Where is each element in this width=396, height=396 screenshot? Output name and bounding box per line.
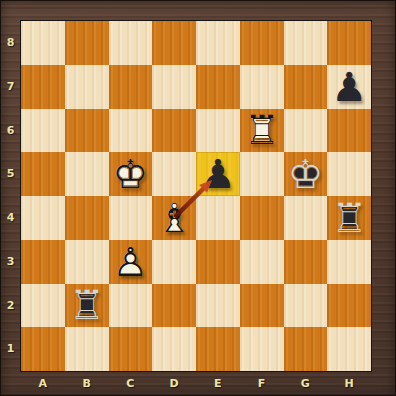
- square-e1[interactable]: [196, 327, 240, 371]
- piece-fill-glyph: ♜: [240, 109, 284, 153]
- file-label-c: C: [109, 371, 153, 396]
- square-d7[interactable]: [152, 65, 196, 109]
- chess-board-frame: 87654321 ABCDEFGH ♟♜♖♚♔♟♚♔♝♗♜♖♟♙♜♖: [0, 0, 396, 396]
- square-c2[interactable]: [109, 284, 153, 328]
- square-b2[interactable]: ♜♖: [65, 284, 109, 328]
- piece-fill-glyph: ♜: [327, 196, 371, 240]
- square-d3[interactable]: [152, 240, 196, 284]
- piece-fill-glyph: ♜: [65, 284, 109, 328]
- square-e2[interactable]: [196, 284, 240, 328]
- square-d5[interactable]: [152, 152, 196, 196]
- square-g8[interactable]: [284, 21, 328, 65]
- piece-fill-glyph: ♝: [152, 196, 196, 240]
- file-label-h: H: [327, 371, 371, 396]
- square-a8[interactable]: [21, 21, 65, 65]
- square-g6[interactable]: [284, 109, 328, 153]
- piece-outline-glyph: ♔: [284, 152, 328, 196]
- square-g4[interactable]: [284, 196, 328, 240]
- square-f8[interactable]: [240, 21, 284, 65]
- rank-label-8: 8: [0, 21, 21, 65]
- square-b1[interactable]: [65, 327, 109, 371]
- square-f6[interactable]: ♜♖: [240, 109, 284, 153]
- square-b7[interactable]: [65, 65, 109, 109]
- square-g3[interactable]: [284, 240, 328, 284]
- white-bishop-piece[interactable]: ♝♗: [152, 196, 196, 240]
- rank-label-6: 6: [0, 109, 21, 153]
- square-f7[interactable]: [240, 65, 284, 109]
- square-c7[interactable]: [109, 65, 153, 109]
- square-a4[interactable]: [21, 196, 65, 240]
- square-b3[interactable]: [65, 240, 109, 284]
- square-a1[interactable]: [21, 327, 65, 371]
- square-a2[interactable]: [21, 284, 65, 328]
- square-h1[interactable]: [327, 327, 371, 371]
- rank-label-3: 3: [0, 240, 21, 284]
- piece-outline-glyph: ♖: [65, 284, 109, 328]
- file-label-b: B: [65, 371, 109, 396]
- file-label-a: A: [21, 371, 65, 396]
- square-h2[interactable]: [327, 284, 371, 328]
- square-d1[interactable]: [152, 327, 196, 371]
- square-e5[interactable]: ♟: [196, 152, 240, 196]
- black-king-piece[interactable]: ♚♔: [284, 152, 328, 196]
- square-a3[interactable]: [21, 240, 65, 284]
- file-label-g: G: [284, 371, 328, 396]
- square-f1[interactable]: [240, 327, 284, 371]
- square-h6[interactable]: [327, 109, 371, 153]
- square-b6[interactable]: [65, 109, 109, 153]
- square-c8[interactable]: [109, 21, 153, 65]
- square-c4[interactable]: [109, 196, 153, 240]
- square-g2[interactable]: [284, 284, 328, 328]
- square-e8[interactable]: [196, 21, 240, 65]
- square-a7[interactable]: [21, 65, 65, 109]
- square-h3[interactable]: [327, 240, 371, 284]
- piece-fill-glyph: ♚: [109, 152, 153, 196]
- white-rook-piece[interactable]: ♜♖: [240, 109, 284, 153]
- square-g7[interactable]: [284, 65, 328, 109]
- piece-fill-glyph: ♟: [196, 152, 240, 196]
- rank-label-4: 4: [0, 196, 21, 240]
- piece-outline-glyph: ♖: [327, 196, 371, 240]
- square-c1[interactable]: [109, 327, 153, 371]
- piece-outline-glyph: ♖: [240, 109, 284, 153]
- square-f5[interactable]: [240, 152, 284, 196]
- rank-label-2: 2: [0, 284, 21, 328]
- square-c3[interactable]: ♟♙: [109, 240, 153, 284]
- piece-outline-glyph: ♙: [109, 240, 153, 284]
- square-a6[interactable]: [21, 109, 65, 153]
- square-h8[interactable]: [327, 21, 371, 65]
- rank-label-5: 5: [0, 152, 21, 196]
- square-b4[interactable]: [65, 196, 109, 240]
- square-d2[interactable]: [152, 284, 196, 328]
- square-b8[interactable]: [65, 21, 109, 65]
- square-a5[interactable]: [21, 152, 65, 196]
- piece-fill-glyph: ♟: [327, 65, 371, 109]
- square-e6[interactable]: [196, 109, 240, 153]
- black-rook-piece[interactable]: ♜♖: [327, 196, 371, 240]
- black-pawn-piece[interactable]: ♟: [196, 152, 240, 196]
- square-f2[interactable]: [240, 284, 284, 328]
- square-e3[interactable]: [196, 240, 240, 284]
- white-pawn-piece[interactable]: ♟♙: [109, 240, 153, 284]
- square-c5[interactable]: ♚♔: [109, 152, 153, 196]
- piece-outline-glyph: ♗: [152, 196, 196, 240]
- square-g1[interactable]: [284, 327, 328, 371]
- rank-label-1: 1: [0, 327, 21, 371]
- file-label-f: F: [240, 371, 284, 396]
- board-grid: ♟♜♖♚♔♟♚♔♝♗♜♖♟♙♜♖: [21, 21, 371, 371]
- square-h4[interactable]: ♜♖: [327, 196, 371, 240]
- square-b5[interactable]: [65, 152, 109, 196]
- black-pawn-piece[interactable]: ♟: [327, 65, 371, 109]
- square-h7[interactable]: ♟: [327, 65, 371, 109]
- piece-outline-glyph: ♔: [109, 152, 153, 196]
- square-d4[interactable]: ♝♗: [152, 196, 196, 240]
- square-f4[interactable]: [240, 196, 284, 240]
- square-d8[interactable]: [152, 21, 196, 65]
- square-c6[interactable]: [109, 109, 153, 153]
- piece-fill-glyph: ♟: [109, 240, 153, 284]
- black-rook-piece[interactable]: ♜♖: [65, 284, 109, 328]
- file-label-d: D: [152, 371, 196, 396]
- square-d6[interactable]: [152, 109, 196, 153]
- square-e4[interactable]: [196, 196, 240, 240]
- file-label-e: E: [196, 371, 240, 396]
- white-king-piece[interactable]: ♚♔: [109, 152, 153, 196]
- rank-label-7: 7: [0, 65, 21, 109]
- piece-fill-glyph: ♚: [284, 152, 328, 196]
- square-h5[interactable]: [327, 152, 371, 196]
- square-g5[interactable]: ♚♔: [284, 152, 328, 196]
- square-f3[interactable]: [240, 240, 284, 284]
- square-e7[interactable]: [196, 65, 240, 109]
